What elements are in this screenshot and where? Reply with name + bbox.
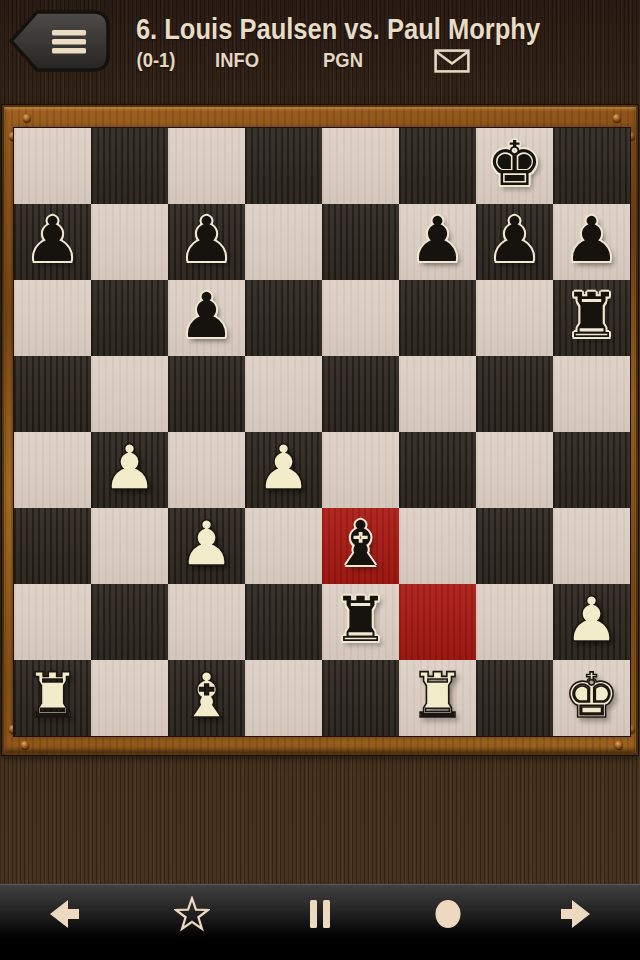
square-a5[interactable] bbox=[14, 356, 91, 432]
square-a1[interactable]: ♜ bbox=[14, 660, 91, 736]
square-c4[interactable] bbox=[168, 432, 245, 508]
piece-black-pawn-g7[interactable]: ♟ bbox=[487, 209, 543, 271]
square-h8[interactable] bbox=[553, 128, 630, 204]
square-g5[interactable] bbox=[476, 356, 553, 432]
square-c1[interactable]: ♝ bbox=[168, 660, 245, 736]
header: 6. Louis Paulsen vs. Paul Morphy (0-1) I… bbox=[0, 0, 640, 105]
mail-button[interactable] bbox=[434, 49, 470, 77]
chess-board: ♚♟♟♟♟♟♟♜♟♟♟♝♜♟♜♝♜♚ bbox=[14, 128, 630, 736]
piece-white-pawn-b4[interactable]: ♟ bbox=[102, 437, 158, 499]
square-d1[interactable] bbox=[245, 660, 322, 736]
piece-white-king-h1[interactable]: ♚ bbox=[564, 665, 620, 727]
nail-decoration bbox=[23, 114, 31, 122]
square-b3[interactable] bbox=[91, 508, 168, 584]
square-a8[interactable] bbox=[14, 128, 91, 204]
piece-white-pawn-h2[interactable]: ♟ bbox=[564, 589, 620, 651]
square-d7[interactable] bbox=[245, 204, 322, 280]
square-a3[interactable] bbox=[14, 508, 91, 584]
square-g8[interactable]: ♚ bbox=[476, 128, 553, 204]
square-c8[interactable] bbox=[168, 128, 245, 204]
piece-white-bishop-c1[interactable]: ♝ bbox=[179, 665, 235, 727]
square-g7[interactable]: ♟ bbox=[476, 204, 553, 280]
square-f5[interactable] bbox=[399, 356, 476, 432]
piece-white-rook-f1[interactable]: ♜ bbox=[410, 665, 466, 727]
piece-black-king-g8[interactable]: ♚ bbox=[487, 133, 543, 195]
piece-white-pawn-c3[interactable]: ♟ bbox=[179, 513, 235, 575]
pgn-button[interactable]: PGN bbox=[323, 49, 363, 72]
square-e2[interactable]: ♜ bbox=[322, 584, 399, 660]
piece-black-pawn-a7[interactable]: ♟ bbox=[25, 209, 81, 271]
previous-move-button[interactable] bbox=[0, 876, 128, 951]
square-b8[interactable] bbox=[91, 128, 168, 204]
square-f4[interactable] bbox=[399, 432, 476, 508]
page-title: 6. Louis Paulsen vs. Paul Morphy bbox=[72, 13, 604, 46]
piece-black-bishop-e3[interactable]: ♝ bbox=[333, 513, 389, 575]
square-h7[interactable]: ♟ bbox=[553, 204, 630, 280]
square-f8[interactable] bbox=[399, 128, 476, 204]
square-b1[interactable] bbox=[91, 660, 168, 736]
square-d2[interactable] bbox=[245, 584, 322, 660]
square-f6[interactable] bbox=[399, 280, 476, 356]
arrow-right-icon bbox=[558, 898, 594, 930]
square-g2[interactable] bbox=[476, 584, 553, 660]
square-e4[interactable] bbox=[322, 432, 399, 508]
square-d3[interactable] bbox=[245, 508, 322, 584]
square-b5[interactable] bbox=[91, 356, 168, 432]
square-e6[interactable] bbox=[322, 280, 399, 356]
piece-black-pawn-c7[interactable]: ♟ bbox=[179, 209, 235, 271]
piece-black-pawn-h7[interactable]: ♟ bbox=[564, 209, 620, 271]
square-b4[interactable]: ♟ bbox=[91, 432, 168, 508]
envelope-icon bbox=[434, 49, 470, 73]
square-g1[interactable] bbox=[476, 660, 553, 736]
square-e5[interactable] bbox=[322, 356, 399, 432]
square-a7[interactable]: ♟ bbox=[14, 204, 91, 280]
square-g4[interactable] bbox=[476, 432, 553, 508]
square-a2[interactable] bbox=[14, 584, 91, 660]
square-b6[interactable] bbox=[91, 280, 168, 356]
piece-black-rook-h6[interactable]: ♜ bbox=[564, 285, 620, 347]
square-c3[interactable]: ♟ bbox=[168, 508, 245, 584]
square-d4[interactable]: ♟ bbox=[245, 432, 322, 508]
square-f7[interactable]: ♟ bbox=[399, 204, 476, 280]
info-button[interactable]: INFO bbox=[215, 49, 259, 72]
arrow-left-icon bbox=[46, 898, 82, 930]
chess-board-frame: ♚♟♟♟♟♟♟♜♟♟♟♝♜♟♜♝♜♚ bbox=[2, 105, 638, 755]
square-h2[interactable]: ♟ bbox=[553, 584, 630, 660]
square-g3[interactable] bbox=[476, 508, 553, 584]
square-b7[interactable] bbox=[91, 204, 168, 280]
square-c5[interactable] bbox=[168, 356, 245, 432]
square-g6[interactable] bbox=[476, 280, 553, 356]
square-f1[interactable]: ♜ bbox=[399, 660, 476, 736]
square-d5[interactable] bbox=[245, 356, 322, 432]
piece-black-rook-e2[interactable]: ♜ bbox=[333, 589, 389, 651]
nail-decoration bbox=[615, 741, 623, 749]
piece-black-pawn-f7[interactable]: ♟ bbox=[410, 209, 466, 271]
nail-decoration bbox=[21, 741, 29, 749]
square-d8[interactable] bbox=[245, 128, 322, 204]
square-c7[interactable]: ♟ bbox=[168, 204, 245, 280]
square-c2[interactable] bbox=[168, 584, 245, 660]
square-h4[interactable] bbox=[553, 432, 630, 508]
square-b2[interactable] bbox=[91, 584, 168, 660]
record-button[interactable] bbox=[384, 876, 512, 951]
piece-black-pawn-c6[interactable]: ♟ bbox=[179, 285, 235, 347]
piece-white-rook-a1[interactable]: ♜ bbox=[25, 665, 81, 727]
square-d6[interactable] bbox=[245, 280, 322, 356]
square-e1[interactable] bbox=[322, 660, 399, 736]
square-e7[interactable] bbox=[322, 204, 399, 280]
piece-white-pawn-d4[interactable]: ♟ bbox=[256, 437, 312, 499]
square-h3[interactable] bbox=[553, 508, 630, 584]
square-e3[interactable]: ♝ bbox=[322, 508, 399, 584]
square-h6[interactable]: ♜ bbox=[553, 280, 630, 356]
square-f3[interactable] bbox=[399, 508, 476, 584]
game-result: (0-1) bbox=[137, 49, 176, 72]
square-c6[interactable]: ♟ bbox=[168, 280, 245, 356]
bookmark-button[interactable] bbox=[128, 876, 256, 951]
square-a6[interactable] bbox=[14, 280, 91, 356]
square-a4[interactable] bbox=[14, 432, 91, 508]
square-h1[interactable]: ♚ bbox=[553, 660, 630, 736]
square-f2[interactable] bbox=[399, 584, 476, 660]
record-circle-icon bbox=[434, 899, 462, 929]
star-icon bbox=[174, 896, 210, 932]
square-e8[interactable] bbox=[322, 128, 399, 204]
nail-decoration bbox=[613, 114, 621, 122]
next-move-button[interactable] bbox=[512, 876, 640, 951]
playback-toolbar bbox=[0, 884, 640, 960]
pause-icon bbox=[309, 899, 331, 929]
pause-button[interactable] bbox=[256, 876, 384, 951]
square-h5[interactable] bbox=[553, 356, 630, 432]
